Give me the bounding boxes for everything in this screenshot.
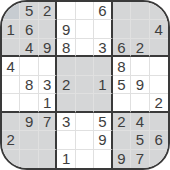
cell-r7c1[interactable] (2, 113, 20, 131)
cell-r6c2[interactable] (20, 94, 38, 112)
cell-r1c7[interactable] (113, 2, 131, 20)
cell-r4c3[interactable] (39, 57, 57, 75)
cell-r3c8[interactable]: 2 (131, 39, 149, 57)
cell-r3c3[interactable]: 9 (39, 39, 57, 57)
cell-r2c5[interactable] (76, 20, 94, 38)
cell-r1c9[interactable] (150, 2, 168, 20)
cell-r9c1[interactable] (2, 150, 20, 168)
cell-r8c7[interactable] (113, 131, 131, 149)
cell-r5c8[interactable]: 9 (131, 76, 149, 94)
cell-r4c1[interactable]: 4 (2, 57, 20, 75)
cell-r8c5[interactable] (76, 131, 94, 149)
cell-r7c4[interactable]: 3 (57, 113, 75, 131)
cell-r2c6[interactable] (94, 20, 112, 38)
cell-r9c7[interactable]: 9 (113, 150, 131, 168)
cell-r4c2[interactable] (20, 57, 38, 75)
cell-r3c4[interactable]: 8 (57, 39, 75, 57)
cell-r4c4[interactable] (57, 57, 75, 75)
cell-r1c8[interactable] (131, 2, 149, 20)
cell-r2c7[interactable] (113, 20, 131, 38)
cell-r2c8[interactable] (131, 20, 149, 38)
cell-r3c2[interactable]: 4 (20, 39, 38, 57)
cell-r7c2[interactable]: 9 (20, 113, 38, 131)
cell-r6c9[interactable]: 2 (150, 94, 168, 112)
cell-r3c1[interactable] (2, 39, 20, 57)
cell-r1c3[interactable]: 2 (39, 2, 57, 20)
cell-r2c4[interactable]: 9 (57, 20, 75, 38)
cell-r2c9[interactable]: 4 (150, 20, 168, 38)
cell-r4c5[interactable] (76, 57, 94, 75)
cell-r4c8[interactable] (131, 57, 149, 75)
cell-r8c1[interactable]: 2 (2, 131, 20, 149)
cell-r7c5[interactable] (76, 113, 94, 131)
cell-r7c6[interactable]: 5 (94, 113, 112, 131)
cell-r6c6[interactable] (94, 94, 112, 112)
cell-r1c2[interactable]: 5 (20, 2, 38, 20)
cell-r7c9[interactable] (150, 113, 168, 131)
cell-r8c2[interactable] (20, 131, 38, 149)
cell-r5c9[interactable] (150, 76, 168, 94)
cell-r2c3[interactable] (39, 20, 57, 38)
cell-r9c5[interactable] (76, 150, 94, 168)
cell-r9c4[interactable]: 1 (57, 150, 75, 168)
sudoku-board: 526169449836248832159129735242956197 (0, 0, 170, 170)
cell-r5c4[interactable]: 2 (57, 76, 75, 94)
cell-r6c3[interactable]: 1 (39, 94, 57, 112)
cell-r8c4[interactable] (57, 131, 75, 149)
cell-r6c4[interactable] (57, 94, 75, 112)
cell-r5c7[interactable]: 5 (113, 76, 131, 94)
cell-r5c5[interactable] (76, 76, 94, 94)
cell-r4c7[interactable]: 8 (113, 57, 131, 75)
cell-r3c9[interactable] (150, 39, 168, 57)
cell-r9c6[interactable] (94, 150, 112, 168)
cell-r7c3[interactable]: 7 (39, 113, 57, 131)
cell-r5c2[interactable]: 8 (20, 76, 38, 94)
cell-r1c6[interactable]: 6 (94, 2, 112, 20)
cell-r8c6[interactable]: 9 (94, 131, 112, 149)
cell-r3c7[interactable]: 6 (113, 39, 131, 57)
cell-r5c1[interactable] (2, 76, 20, 94)
cell-r4c9[interactable] (150, 57, 168, 75)
cell-r8c8[interactable]: 5 (131, 131, 149, 149)
cell-r8c3[interactable] (39, 131, 57, 149)
cell-r5c3[interactable]: 3 (39, 76, 57, 94)
cell-r9c2[interactable] (20, 150, 38, 168)
cell-r3c6[interactable]: 3 (94, 39, 112, 57)
cell-r1c1[interactable] (2, 2, 20, 20)
cell-r2c1[interactable]: 1 (2, 20, 20, 38)
cell-r3c5[interactable] (76, 39, 94, 57)
cell-r1c5[interactable] (76, 2, 94, 20)
cell-r5c6[interactable]: 1 (94, 76, 112, 94)
cell-r6c5[interactable] (76, 94, 94, 112)
cell-r9c9[interactable] (150, 150, 168, 168)
cell-r6c7[interactable] (113, 94, 131, 112)
cell-r8c9[interactable]: 6 (150, 131, 168, 149)
cell-r6c1[interactable] (2, 94, 20, 112)
cell-r1c4[interactable] (57, 2, 75, 20)
cell-r7c7[interactable]: 2 (113, 113, 131, 131)
cell-r9c8[interactable]: 7 (131, 150, 149, 168)
cell-r4c6[interactable] (94, 57, 112, 75)
cell-r7c8[interactable]: 4 (131, 113, 149, 131)
cell-r9c3[interactable] (39, 150, 57, 168)
cell-r6c8[interactable] (131, 94, 149, 112)
cell-r2c2[interactable]: 6 (20, 20, 38, 38)
